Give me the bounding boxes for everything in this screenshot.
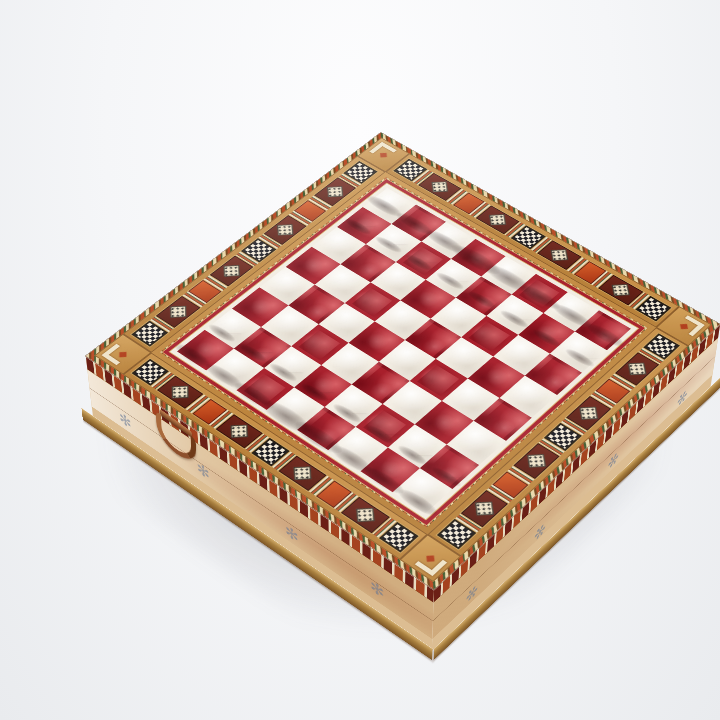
snowflake-ornament-icon: ✻	[370, 578, 384, 602]
checker-inlay-tile	[251, 438, 289, 467]
snowflake-ornament-icon: ✻	[605, 449, 619, 473]
diamond-inlay-tile	[157, 376, 203, 409]
snowflake-ornament-icon: ✻	[285, 523, 299, 546]
diamond-inlay-tile	[566, 396, 611, 431]
diamond-inlay-tile	[279, 456, 327, 491]
snowflake-ornament-icon: ✻	[118, 410, 132, 433]
stripes-inlay-tile	[487, 485, 514, 504]
stripes-inlay-tile	[638, 348, 664, 365]
stripes-inlay-tile	[309, 476, 334, 496]
red-inlay-tile	[316, 480, 352, 507]
diamond-inlay-tile	[615, 352, 659, 385]
rook-glyph: ♜	[395, 404, 453, 508]
checker-inlay-tile	[544, 423, 582, 451]
stripes-inlay-tile	[272, 451, 297, 471]
stripes-inlay-tile	[610, 374, 636, 391]
chess-box: ✻ ✻ ✻ ✻ ✻ ✻ ✻ ✻	[86, 133, 720, 590]
stripes-inlay-tile	[561, 418, 587, 436]
diamond-inlay-tile	[461, 490, 508, 527]
stripes-inlay-tile	[455, 514, 482, 533]
diamond-inlay-tile	[513, 443, 559, 479]
diamond-inlay-tile	[341, 497, 390, 533]
diamond-inlay-tile	[215, 414, 262, 448]
checker-inlay-tile	[379, 522, 419, 553]
stripes-inlay-tile	[186, 394, 210, 413]
stripes-inlay-tile	[209, 410, 233, 429]
stripes-inlay-tile	[245, 433, 270, 452]
snowflake-ornament-icon: ✻	[675, 387, 689, 410]
scene-background: ✻ ✻ ✻ ✻ ✻ ✻ ✻ ✻	[0, 0, 720, 720]
red-inlay-tile	[596, 378, 631, 403]
stripes-inlay-tile	[151, 372, 175, 390]
checker-inlay-tile	[437, 519, 476, 549]
stripes-inlay-tile	[508, 466, 535, 484]
red-inlay-tile	[493, 471, 529, 498]
snowflake-ornament-icon: ✻	[464, 581, 479, 606]
red-inlay-tile	[192, 399, 227, 425]
stripes-inlay-tile	[372, 517, 397, 538]
pawn-glyph: ♟	[566, 291, 606, 364]
stripes-inlay-tile	[538, 438, 565, 456]
stripes-inlay-tile	[590, 391, 616, 408]
stripes-inlay-tile	[334, 492, 359, 512]
checker-inlay-tile	[132, 359, 169, 386]
snowflake-ornament-icon: ✻	[532, 520, 546, 544]
